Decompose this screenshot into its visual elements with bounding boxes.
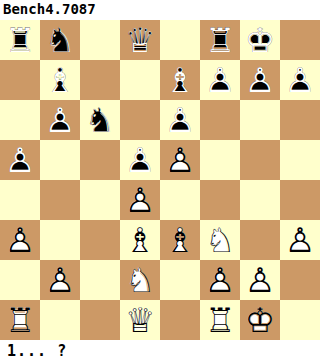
black-knight-b8: ♞♘ xyxy=(40,20,80,60)
white-bishop-e3: ♝♗ xyxy=(160,220,200,260)
square-d4[interactable]: ♟♙ xyxy=(120,180,160,220)
move-prompt: 1... ? xyxy=(0,340,320,360)
square-f5[interactable] xyxy=(200,140,240,180)
white-knight-f3: ♞♘ xyxy=(200,220,240,260)
square-g7[interactable]: ♟♙ xyxy=(240,60,280,100)
square-h3[interactable]: ♟♙ xyxy=(280,220,320,260)
square-b1[interactable] xyxy=(40,300,80,340)
square-c1[interactable] xyxy=(80,300,120,340)
square-d1[interactable]: ♛♕ xyxy=(120,300,160,340)
square-b7[interactable]: ♝♗ xyxy=(40,60,80,100)
square-h1[interactable] xyxy=(280,300,320,340)
square-a2[interactable] xyxy=(0,260,40,300)
square-d7[interactable] xyxy=(120,60,160,100)
square-h2[interactable] xyxy=(280,260,320,300)
square-a1[interactable]: ♜♖ xyxy=(0,300,40,340)
black-pawn-e6: ♟♙ xyxy=(160,100,200,140)
square-a6[interactable] xyxy=(0,100,40,140)
black-pawn-d5: ♟♙ xyxy=(120,140,160,180)
position-title: Bench4.7087 xyxy=(0,0,320,20)
square-g3[interactable] xyxy=(240,220,280,260)
square-f1[interactable]: ♜♖ xyxy=(200,300,240,340)
square-g4[interactable] xyxy=(240,180,280,220)
black-knight-c6: ♞♘ xyxy=(80,100,120,140)
square-d3[interactable]: ♝♗ xyxy=(120,220,160,260)
black-pawn-h7: ♟♙ xyxy=(280,60,320,100)
square-c4[interactable] xyxy=(80,180,120,220)
square-c5[interactable] xyxy=(80,140,120,180)
square-e4[interactable] xyxy=(160,180,200,220)
black-rook-a8: ♜♖ xyxy=(0,20,40,60)
square-b5[interactable] xyxy=(40,140,80,180)
black-pawn-f7: ♟♙ xyxy=(200,60,240,100)
square-f4[interactable] xyxy=(200,180,240,220)
square-h6[interactable] xyxy=(280,100,320,140)
square-c2[interactable] xyxy=(80,260,120,300)
square-b2[interactable]: ♟♙ xyxy=(40,260,80,300)
black-bishop-b7: ♝♗ xyxy=(40,60,80,100)
square-c8[interactable] xyxy=(80,20,120,60)
square-a3[interactable]: ♟♙ xyxy=(0,220,40,260)
square-c7[interactable] xyxy=(80,60,120,100)
square-e8[interactable] xyxy=(160,20,200,60)
white-pawn-a3: ♟♙ xyxy=(0,220,40,260)
square-a7[interactable] xyxy=(0,60,40,100)
square-b8[interactable]: ♞♘ xyxy=(40,20,80,60)
square-g5[interactable] xyxy=(240,140,280,180)
black-pawn-g7: ♟♙ xyxy=(240,60,280,100)
square-c3[interactable] xyxy=(80,220,120,260)
white-king-g1: ♚♔ xyxy=(240,300,280,340)
square-a5[interactable]: ♟♙ xyxy=(0,140,40,180)
square-e7[interactable]: ♝♗ xyxy=(160,60,200,100)
white-rook-a1: ♜♖ xyxy=(0,300,40,340)
white-knight-d2: ♞♘ xyxy=(120,260,160,300)
square-h8[interactable] xyxy=(280,20,320,60)
square-b4[interactable] xyxy=(40,180,80,220)
square-g6[interactable] xyxy=(240,100,280,140)
square-f3[interactable]: ♞♘ xyxy=(200,220,240,260)
black-pawn-b6: ♟♙ xyxy=(40,100,80,140)
square-c6[interactable]: ♞♘ xyxy=(80,100,120,140)
square-h4[interactable] xyxy=(280,180,320,220)
square-g2[interactable]: ♟♙ xyxy=(240,260,280,300)
white-queen-d1: ♛♕ xyxy=(120,300,160,340)
white-pawn-g2: ♟♙ xyxy=(240,260,280,300)
square-e3[interactable]: ♝♗ xyxy=(160,220,200,260)
square-h7[interactable]: ♟♙ xyxy=(280,60,320,100)
square-e5[interactable]: ♟♙ xyxy=(160,140,200,180)
white-bishop-d3: ♝♗ xyxy=(120,220,160,260)
chess-board: ♜♖♞♘♛♕♜♖♚♔♝♗♝♗♟♙♟♙♟♙♟♙♞♘♟♙♟♙♟♙♟♙♟♙♟♙♝♗♝♗… xyxy=(0,20,320,340)
white-pawn-d4: ♟♙ xyxy=(120,180,160,220)
black-rook-f8: ♜♖ xyxy=(200,20,240,60)
square-f8[interactable]: ♜♖ xyxy=(200,20,240,60)
square-g8[interactable]: ♚♔ xyxy=(240,20,280,60)
square-b3[interactable] xyxy=(40,220,80,260)
chess-program-window: Bench4.7087 ♜♖♞♘♛♕♜♖♚♔♝♗♝♗♟♙♟♙♟♙♟♙♞♘♟♙♟♙… xyxy=(0,0,320,360)
square-f6[interactable] xyxy=(200,100,240,140)
white-pawn-h3: ♟♙ xyxy=(280,220,320,260)
black-bishop-e7: ♝♗ xyxy=(160,60,200,100)
white-pawn-f2: ♟♙ xyxy=(200,260,240,300)
square-g1[interactable]: ♚♔ xyxy=(240,300,280,340)
black-king-g8: ♚♔ xyxy=(240,20,280,60)
square-d8[interactable]: ♛♕ xyxy=(120,20,160,60)
square-d6[interactable] xyxy=(120,100,160,140)
square-a4[interactable] xyxy=(0,180,40,220)
square-b6[interactable]: ♟♙ xyxy=(40,100,80,140)
white-rook-f1: ♜♖ xyxy=(200,300,240,340)
square-e2[interactable] xyxy=(160,260,200,300)
square-d5[interactable]: ♟♙ xyxy=(120,140,160,180)
black-queen-d8: ♛♕ xyxy=(120,20,160,60)
square-f2[interactable]: ♟♙ xyxy=(200,260,240,300)
square-e6[interactable]: ♟♙ xyxy=(160,100,200,140)
black-pawn-a5: ♟♙ xyxy=(0,140,40,180)
square-d2[interactable]: ♞♘ xyxy=(120,260,160,300)
square-f7[interactable]: ♟♙ xyxy=(200,60,240,100)
square-a8[interactable]: ♜♖ xyxy=(0,20,40,60)
square-e1[interactable] xyxy=(160,300,200,340)
square-h5[interactable] xyxy=(280,140,320,180)
white-pawn-e5: ♟♙ xyxy=(160,140,200,180)
white-pawn-b2: ♟♙ xyxy=(40,260,80,300)
